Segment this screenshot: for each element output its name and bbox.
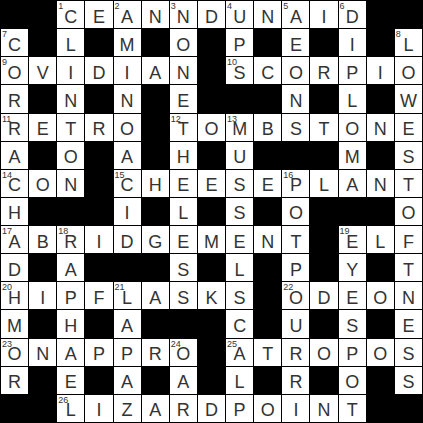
cell-r7c15[interactable]: T bbox=[395, 170, 422, 197]
cell-letter: I bbox=[322, 4, 327, 26]
cell-letter: D bbox=[318, 285, 331, 307]
cell-r12c15[interactable]: E bbox=[395, 310, 422, 337]
black-cell-r1c15 bbox=[395, 1, 422, 28]
cell-letter: E bbox=[93, 4, 105, 26]
black-cell-r8c10 bbox=[254, 198, 281, 225]
cell-r11c4[interactable]: F bbox=[85, 282, 112, 309]
cell-r6c1[interactable]: A bbox=[1, 142, 28, 169]
cell-r3c9[interactable]: 10S bbox=[226, 57, 253, 84]
cell-r15c8[interactable]: D bbox=[198, 395, 225, 422]
black-cell-r6c8 bbox=[198, 142, 225, 169]
black-cell-r12c6 bbox=[142, 310, 169, 337]
cell-letter: N bbox=[402, 285, 415, 307]
black-cell-r4c6 bbox=[142, 85, 169, 112]
cell-r12c9[interactable]: C bbox=[226, 310, 253, 337]
cell-letter: R bbox=[8, 369, 21, 391]
cell-r6c3[interactable]: O bbox=[57, 142, 84, 169]
cell-letter: R bbox=[318, 60, 331, 82]
cell-r5c11[interactable]: S bbox=[282, 114, 309, 141]
cell-r5c10[interactable]: B bbox=[254, 114, 281, 141]
cell-r7c7[interactable]: E bbox=[170, 170, 197, 197]
black-cell-r10c2 bbox=[29, 254, 56, 281]
cell-letter: C bbox=[64, 4, 77, 26]
cell-letter: A bbox=[121, 144, 133, 166]
cell-letter: E bbox=[177, 172, 189, 194]
cell-r1c4[interactable]: E bbox=[85, 1, 112, 28]
cell-r8c11[interactable]: O bbox=[282, 198, 309, 225]
cell-r1c10[interactable]: N bbox=[254, 1, 281, 28]
cell-letter: O bbox=[261, 397, 275, 419]
cell-letter: N bbox=[149, 4, 162, 26]
cell-letter: O bbox=[8, 60, 22, 82]
cell-r10c3[interactable]: A bbox=[57, 254, 84, 281]
clue-number-7: 7 bbox=[2, 29, 7, 39]
cell-r11c12[interactable]: D bbox=[310, 282, 337, 309]
cell-r1c6[interactable]: N bbox=[142, 1, 169, 28]
black-cell-r2c10 bbox=[254, 29, 281, 56]
black-cell-r1c1 bbox=[1, 1, 28, 28]
cell-r4c13[interactable]: L bbox=[339, 85, 366, 112]
cell-letter: A bbox=[346, 172, 358, 194]
clue-number-2: 2 bbox=[115, 1, 120, 11]
cell-r4c11[interactable]: N bbox=[282, 85, 309, 112]
black-cell-r15c1 bbox=[1, 395, 28, 422]
cell-r5c14[interactable]: N bbox=[367, 114, 394, 141]
clue-number-25: 25 bbox=[227, 339, 237, 349]
cell-r10c7[interactable]: S bbox=[170, 254, 197, 281]
cell-r6c13[interactable]: M bbox=[339, 142, 366, 169]
black-cell-r8c12 bbox=[310, 198, 337, 225]
cell-letter: L bbox=[403, 32, 413, 54]
cell-letter: O bbox=[36, 172, 50, 194]
cell-r7c13[interactable]: A bbox=[339, 170, 366, 197]
black-cell-r2c6 bbox=[142, 29, 169, 56]
cell-r11c13[interactable]: E bbox=[339, 282, 366, 309]
black-cell-r4c4 bbox=[85, 85, 112, 112]
cell-r3c7[interactable]: N bbox=[170, 57, 197, 84]
cell-r7c1[interactable]: 14C bbox=[1, 170, 28, 197]
cell-r9c9[interactable]: E bbox=[226, 226, 253, 253]
cell-letter: O bbox=[204, 116, 218, 138]
cell-letter: P bbox=[290, 257, 302, 279]
cell-r2c7[interactable]: O bbox=[170, 29, 197, 56]
cell-r5c7[interactable]: 12T bbox=[170, 114, 197, 141]
cell-r13c13[interactable]: P bbox=[339, 339, 366, 366]
black-cell-r12c8 bbox=[198, 310, 225, 337]
cell-r4c5[interactable]: N bbox=[114, 85, 141, 112]
cell-r9c5[interactable]: D bbox=[114, 226, 141, 253]
cell-r13c7[interactable]: 24O bbox=[170, 339, 197, 366]
cell-r13c15[interactable]: S bbox=[395, 339, 422, 366]
cell-r15c4[interactable]: I bbox=[85, 395, 112, 422]
cell-letter: R bbox=[289, 369, 302, 391]
cell-letter: S bbox=[402, 144, 414, 166]
cell-r9c7[interactable]: E bbox=[170, 226, 197, 253]
cell-r9c6[interactable]: G bbox=[142, 226, 169, 253]
cell-letter: M bbox=[7, 313, 22, 335]
cell-letter: R bbox=[177, 397, 190, 419]
cell-r11c14[interactable]: O bbox=[367, 282, 394, 309]
cell-letter: I bbox=[40, 285, 45, 307]
cell-r11c15[interactable]: N bbox=[395, 282, 422, 309]
cell-r2c15[interactable]: 8L bbox=[395, 29, 422, 56]
cell-letter: O bbox=[345, 116, 359, 138]
cell-letter: E bbox=[205, 172, 217, 194]
clue-number-8: 8 bbox=[396, 29, 401, 39]
clue-number-19: 19 bbox=[340, 226, 350, 236]
black-cell-r5c6 bbox=[142, 114, 169, 141]
cell-r13c12[interactable]: O bbox=[310, 339, 337, 366]
cell-r3c15[interactable]: O bbox=[395, 57, 422, 84]
cell-letter: E bbox=[234, 229, 246, 251]
cell-r13c1[interactable]: 23O bbox=[1, 339, 28, 366]
cell-r4c7[interactable]: E bbox=[170, 85, 197, 112]
cell-letter: N bbox=[177, 4, 190, 26]
cell-r15c10[interactable]: O bbox=[254, 395, 281, 422]
cell-r15c9[interactable]: P bbox=[226, 395, 253, 422]
cell-r13c4[interactable]: P bbox=[85, 339, 112, 366]
cell-r15c13[interactable]: T bbox=[339, 395, 366, 422]
cell-r7c11[interactable]: 16P bbox=[282, 170, 309, 197]
cell-r5c13[interactable]: O bbox=[339, 114, 366, 141]
black-cell-r14c2 bbox=[29, 367, 56, 394]
black-cell-r7c4 bbox=[85, 170, 112, 197]
black-cell-r6c2 bbox=[29, 142, 56, 169]
cell-r11c2[interactable]: I bbox=[29, 282, 56, 309]
cell-r11c3[interactable]: P bbox=[57, 282, 84, 309]
cell-r1c3[interactable]: 1C bbox=[57, 1, 84, 28]
cell-r8c7[interactable]: L bbox=[170, 198, 197, 225]
cell-r3c3[interactable]: I bbox=[57, 57, 84, 84]
cell-letter: D bbox=[8, 257, 21, 279]
cell-r11c11[interactable]: 22O bbox=[282, 282, 309, 309]
cell-letter: L bbox=[375, 229, 385, 251]
cell-letter: T bbox=[262, 341, 273, 363]
cell-r15c5[interactable]: Z bbox=[114, 395, 141, 422]
cell-letter: D bbox=[205, 4, 218, 26]
cell-r1c9[interactable]: 4U bbox=[226, 1, 253, 28]
cell-r1c5[interactable]: 2A bbox=[114, 1, 141, 28]
cell-r7c3[interactable]: N bbox=[57, 170, 84, 197]
cell-letter: E bbox=[177, 229, 189, 251]
cell-letter: H bbox=[149, 172, 162, 194]
black-cell-r1c2 bbox=[29, 1, 56, 28]
cell-r14c7[interactable]: A bbox=[170, 367, 197, 394]
cell-r5c12[interactable]: T bbox=[310, 114, 337, 141]
cell-letter: A bbox=[65, 341, 77, 363]
cell-r3c5[interactable]: I bbox=[114, 57, 141, 84]
cell-r2c3[interactable]: L bbox=[57, 29, 84, 56]
cell-r7c9[interactable]: S bbox=[226, 170, 253, 197]
cell-r14c5[interactable]: A bbox=[114, 367, 141, 394]
black-cell-r6c10 bbox=[254, 142, 281, 169]
cell-r12c13[interactable]: S bbox=[339, 310, 366, 337]
cell-r8c5[interactable]: I bbox=[114, 198, 141, 225]
cell-r3c13[interactable]: P bbox=[339, 57, 366, 84]
cell-r2c1[interactable]: 7C bbox=[1, 29, 28, 56]
cell-r11c1[interactable]: 20H bbox=[1, 282, 28, 309]
cell-letter: H bbox=[64, 313, 77, 335]
black-cell-r10c8 bbox=[198, 254, 225, 281]
cell-r3c14[interactable]: I bbox=[367, 57, 394, 84]
cell-r2c13[interactable]: I bbox=[339, 29, 366, 56]
cell-letter: O bbox=[373, 285, 387, 307]
cell-letter: N bbox=[64, 172, 77, 194]
cell-letter: R bbox=[92, 116, 105, 138]
cell-letter: E bbox=[177, 88, 189, 110]
cell-letter: N bbox=[36, 341, 49, 363]
cell-r12c1[interactable]: M bbox=[1, 310, 28, 337]
cell-r7c2[interactable]: O bbox=[29, 170, 56, 197]
cell-letter: O bbox=[401, 200, 415, 222]
cell-letter: R bbox=[289, 341, 302, 363]
cell-r3c6[interactable]: A bbox=[142, 57, 169, 84]
cell-r11c8[interactable]: K bbox=[198, 282, 225, 309]
clue-number-12: 12 bbox=[171, 114, 181, 124]
crossword-grid: 1CE2AN3ND4UN5AI6D7CLMOPEI8L9OVIDIAN10SCO… bbox=[0, 0, 423, 423]
black-cell-r8c14 bbox=[367, 198, 394, 225]
cell-letter: I bbox=[350, 32, 355, 54]
cell-r5c9[interactable]: 13M bbox=[226, 114, 253, 141]
cell-letter: O bbox=[317, 341, 331, 363]
black-cell-r4c2 bbox=[29, 85, 56, 112]
cell-r11c9[interactable]: S bbox=[226, 282, 253, 309]
cell-r7c6[interactable]: H bbox=[142, 170, 169, 197]
cell-r5c15[interactable]: E bbox=[395, 114, 422, 141]
cell-r13c3[interactable]: A bbox=[57, 339, 84, 366]
cell-r3c4[interactable]: D bbox=[85, 57, 112, 84]
cell-letter: A bbox=[9, 144, 21, 166]
cell-r7c8[interactable]: E bbox=[198, 170, 225, 197]
cell-r9c13[interactable]: 19E bbox=[339, 226, 366, 253]
cell-letter: E bbox=[65, 369, 77, 391]
black-cell-r10c5 bbox=[114, 254, 141, 281]
cell-r11c5[interactable]: 21L bbox=[114, 282, 141, 309]
cell-letter: A bbox=[149, 285, 161, 307]
cell-r3c11[interactable]: O bbox=[282, 57, 309, 84]
cell-letter: C bbox=[233, 313, 246, 335]
cell-r2c5[interactable]: M bbox=[114, 29, 141, 56]
cell-r5c3[interactable]: T bbox=[57, 114, 84, 141]
cell-r13c6[interactable]: R bbox=[142, 339, 169, 366]
cell-letter: S bbox=[402, 369, 414, 391]
cell-letter: M bbox=[345, 144, 360, 166]
cell-r9c2[interactable]: B bbox=[29, 226, 56, 253]
clue-number-3: 3 bbox=[171, 1, 176, 11]
clue-number-1: 1 bbox=[58, 1, 63, 11]
cell-r7c14[interactable]: N bbox=[367, 170, 394, 197]
cell-r13c11[interactable]: R bbox=[282, 339, 309, 366]
cell-letter: E bbox=[346, 285, 358, 307]
black-cell-r6c12 bbox=[310, 142, 337, 169]
cell-r10c1[interactable]: D bbox=[1, 254, 28, 281]
cell-letter: S bbox=[290, 116, 302, 138]
cell-letter: K bbox=[205, 285, 217, 307]
black-cell-r12c4 bbox=[85, 310, 112, 337]
cell-r13c2[interactable]: N bbox=[29, 339, 56, 366]
cell-r5c1[interactable]: 11R bbox=[1, 114, 28, 141]
clue-number-18: 18 bbox=[58, 226, 68, 236]
cell-letter: I bbox=[96, 229, 101, 251]
cell-r2c11[interactable]: E bbox=[282, 29, 309, 56]
cell-r2c9[interactable]: P bbox=[226, 29, 253, 56]
cell-r1c11[interactable]: 5A bbox=[282, 1, 309, 28]
cell-letter: I bbox=[378, 60, 383, 82]
black-cell-r15c2 bbox=[29, 395, 56, 422]
cell-r4c15[interactable]: W bbox=[395, 85, 422, 112]
cell-r1c7[interactable]: 3N bbox=[170, 1, 197, 28]
cell-letter: N bbox=[261, 4, 274, 26]
cell-r15c11[interactable]: I bbox=[282, 395, 309, 422]
cell-letter: L bbox=[347, 88, 357, 110]
cell-letter: E bbox=[262, 172, 274, 194]
cell-r13c9[interactable]: 25A bbox=[226, 339, 253, 366]
black-cell-r12c2 bbox=[29, 310, 56, 337]
cell-r6c9[interactable]: U bbox=[226, 142, 253, 169]
cell-r13c10[interactable]: T bbox=[254, 339, 281, 366]
cell-letter: L bbox=[235, 257, 245, 279]
cell-r3c1[interactable]: 9O bbox=[1, 57, 28, 84]
cell-letter: S bbox=[177, 257, 189, 279]
black-cell-r10c6 bbox=[142, 254, 169, 281]
cell-letter: N bbox=[374, 116, 387, 138]
cell-r5c5[interactable]: O bbox=[114, 114, 141, 141]
cell-r11c6[interactable]: A bbox=[142, 282, 169, 309]
cell-r9c4[interactable]: I bbox=[85, 226, 112, 253]
cell-letter: A bbox=[149, 60, 161, 82]
cell-letter: P bbox=[346, 60, 358, 82]
cell-r15c12[interactable]: N bbox=[310, 395, 337, 422]
cell-letter: U bbox=[233, 4, 246, 26]
cell-r14c1[interactable]: R bbox=[1, 367, 28, 394]
cell-r14c13[interactable]: O bbox=[339, 367, 366, 394]
cell-r6c15[interactable]: S bbox=[395, 142, 422, 169]
cell-r9c8[interactable]: M bbox=[198, 226, 225, 253]
cell-letter: G bbox=[148, 229, 162, 251]
black-cell-r8c4 bbox=[85, 198, 112, 225]
cell-r10c13[interactable]: Y bbox=[339, 254, 366, 281]
cell-letter: U bbox=[289, 313, 302, 335]
cell-r3c10[interactable]: C bbox=[254, 57, 281, 84]
cell-r9c11[interactable]: T bbox=[282, 226, 309, 253]
cell-r1c8[interactable]: D bbox=[198, 1, 225, 28]
cell-letter: D bbox=[121, 229, 134, 251]
cell-r6c5[interactable]: A bbox=[114, 142, 141, 169]
cell-r4c1[interactable]: R bbox=[1, 85, 28, 112]
cell-letter: O bbox=[401, 60, 415, 82]
black-cell-r2c8 bbox=[198, 29, 225, 56]
cell-letter: T bbox=[290, 229, 301, 251]
cell-r13c5[interactable]: P bbox=[114, 339, 141, 366]
cell-letter: E bbox=[290, 32, 302, 54]
black-cell-r4c9 bbox=[226, 85, 253, 112]
clue-number-15: 15 bbox=[115, 170, 125, 180]
cell-letter: P bbox=[93, 341, 105, 363]
cell-r12c11[interactable]: U bbox=[282, 310, 309, 337]
cell-letter: A bbox=[121, 4, 133, 26]
cell-letter: C bbox=[261, 60, 274, 82]
cell-letter: P bbox=[234, 397, 246, 419]
cell-letter: T bbox=[403, 172, 414, 194]
cell-r8c1[interactable]: H bbox=[1, 198, 28, 225]
cell-r12c5[interactable]: A bbox=[114, 310, 141, 337]
cell-r1c13[interactable]: 6D bbox=[339, 1, 366, 28]
cell-letter: W bbox=[400, 88, 417, 110]
clue-number-11: 11 bbox=[2, 114, 11, 124]
cell-r9c14[interactable]: L bbox=[367, 226, 394, 253]
cell-r7c5[interactable]: 15C bbox=[114, 170, 141, 197]
cell-r15c3[interactable]: 26L bbox=[57, 395, 84, 422]
cell-r14c9[interactable]: L bbox=[226, 367, 253, 394]
cell-r8c9[interactable]: S bbox=[226, 198, 253, 225]
black-cell-r2c12 bbox=[310, 29, 337, 56]
clue-number-10: 10 bbox=[227, 57, 237, 67]
cell-letter: S bbox=[234, 285, 246, 307]
clue-number-20: 20 bbox=[2, 282, 12, 292]
cell-letter: N bbox=[121, 88, 134, 110]
cell-letter: I bbox=[125, 60, 130, 82]
cell-r9c3[interactable]: 18R bbox=[57, 226, 84, 253]
cell-r13c14[interactable]: O bbox=[367, 339, 394, 366]
cell-r6c7[interactable]: H bbox=[170, 142, 197, 169]
cell-r9c10[interactable]: N bbox=[254, 226, 281, 253]
cell-letter: I bbox=[125, 200, 130, 222]
cell-letter: N bbox=[177, 60, 190, 82]
cell-letter: P bbox=[346, 341, 358, 363]
clue-number-26: 26 bbox=[58, 395, 68, 405]
clue-number-5: 5 bbox=[283, 1, 288, 11]
cell-r7c12[interactable]: L bbox=[310, 170, 337, 197]
cell-r15c6[interactable]: A bbox=[142, 395, 169, 422]
cell-r12c3[interactable]: H bbox=[57, 310, 84, 337]
cell-letter: T bbox=[347, 397, 358, 419]
cell-r5c8[interactable]: O bbox=[198, 114, 225, 141]
cell-letter: A bbox=[121, 369, 133, 391]
cell-letter: S bbox=[177, 285, 189, 307]
cell-letter: D bbox=[346, 4, 359, 26]
cell-r15c7[interactable]: R bbox=[170, 395, 197, 422]
cell-r4c3[interactable]: N bbox=[57, 85, 84, 112]
cell-letter: S bbox=[402, 341, 414, 363]
cell-r10c15[interactable]: T bbox=[395, 254, 422, 281]
clue-number-17: 17 bbox=[2, 226, 12, 236]
cell-r9c15[interactable]: F bbox=[395, 226, 422, 253]
cell-r5c4[interactable]: R bbox=[85, 114, 112, 141]
cell-letter: N bbox=[64, 88, 77, 110]
clue-number-13: 13 bbox=[227, 114, 237, 124]
cell-r11c7[interactable]: S bbox=[170, 282, 197, 309]
cell-r8c15[interactable]: O bbox=[395, 198, 422, 225]
cell-letter: P bbox=[65, 285, 77, 307]
cell-letter: Z bbox=[122, 397, 133, 419]
cell-r14c11[interactable]: R bbox=[282, 367, 309, 394]
cell-r9c1[interactable]: 17A bbox=[1, 226, 28, 253]
cell-r3c2[interactable]: V bbox=[29, 57, 56, 84]
cell-r3c12[interactable]: R bbox=[310, 57, 337, 84]
cell-r14c15[interactable]: S bbox=[395, 367, 422, 394]
black-cell-r14c14 bbox=[367, 367, 394, 394]
cell-r14c3[interactable]: E bbox=[57, 367, 84, 394]
cell-r10c11[interactable]: P bbox=[282, 254, 309, 281]
cell-r7c10[interactable]: E bbox=[254, 170, 281, 197]
cell-letter: M bbox=[204, 229, 219, 251]
black-cell-r2c4 bbox=[85, 29, 112, 56]
cell-r5c2[interactable]: E bbox=[29, 114, 56, 141]
cell-letter: L bbox=[235, 369, 245, 391]
cell-r1c12[interactable]: I bbox=[310, 1, 337, 28]
black-cell-r8c6 bbox=[142, 198, 169, 225]
cell-r10c9[interactable]: L bbox=[226, 254, 253, 281]
